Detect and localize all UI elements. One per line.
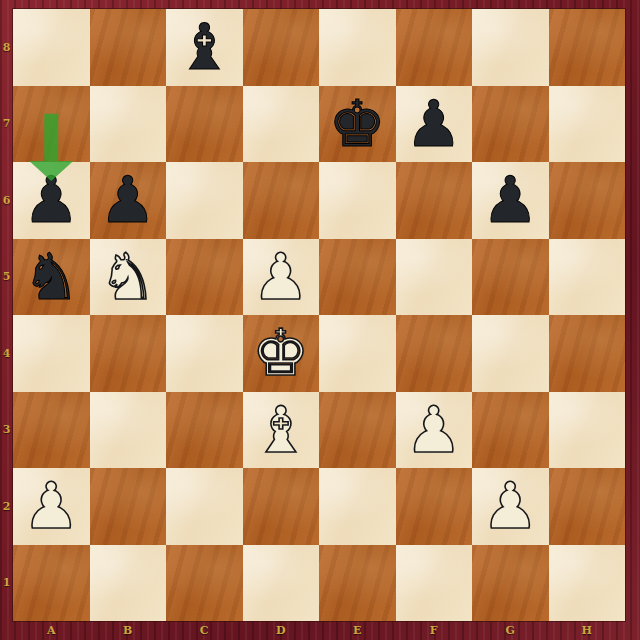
square-h7[interactable] [549, 86, 626, 163]
square-f3[interactable]: ♟ [396, 392, 473, 469]
file-label-c: C [166, 621, 243, 640]
white-bishop-d3[interactable]: ♝ [243, 392, 320, 469]
chess-board: ♝♚♟♟♟♟♞♞♟♚♝♟♟♟ [13, 9, 625, 621]
white-king-d4[interactable]: ♚ [243, 315, 320, 392]
square-a8[interactable] [13, 9, 90, 86]
square-f1[interactable] [396, 545, 473, 622]
black-bishop-c8[interactable]: ♝ [166, 9, 243, 86]
black-knight-a5[interactable]: ♞ [13, 239, 90, 316]
white-pawn-d5[interactable]: ♟ [243, 239, 320, 316]
file-label-d: D [243, 621, 320, 640]
file-label-g: G [472, 621, 549, 640]
square-g3[interactable] [472, 392, 549, 469]
square-a1[interactable] [13, 545, 90, 622]
square-b3[interactable] [90, 392, 167, 469]
black-pawn-g6[interactable]: ♟ [472, 162, 549, 239]
square-b6[interactable]: ♟ [90, 162, 167, 239]
square-e6[interactable] [319, 162, 396, 239]
square-b1[interactable] [90, 545, 167, 622]
square-h1[interactable] [549, 545, 626, 622]
square-a2[interactable]: ♟ [13, 468, 90, 545]
square-g7[interactable] [472, 86, 549, 163]
square-b2[interactable] [90, 468, 167, 545]
square-h6[interactable] [549, 162, 626, 239]
white-pawn-f3[interactable]: ♟ [396, 392, 473, 469]
square-d3[interactable]: ♝ [243, 392, 320, 469]
square-d4[interactable]: ♚ [243, 315, 320, 392]
file-label-e: E [319, 621, 396, 640]
black-pawn-f7[interactable]: ♟ [396, 86, 473, 163]
square-d5[interactable]: ♟ [243, 239, 320, 316]
square-d8[interactable] [243, 9, 320, 86]
square-g5[interactable] [472, 239, 549, 316]
square-f8[interactable] [396, 9, 473, 86]
square-e8[interactable] [319, 9, 396, 86]
square-b8[interactable] [90, 9, 167, 86]
white-pawn-a2[interactable]: ♟ [13, 468, 90, 545]
rank-label-5: 5 [0, 239, 13, 316]
black-pawn-b6[interactable]: ♟ [90, 162, 167, 239]
square-c5[interactable] [166, 239, 243, 316]
square-d6[interactable] [243, 162, 320, 239]
square-g6[interactable]: ♟ [472, 162, 549, 239]
square-d2[interactable] [243, 468, 320, 545]
square-g1[interactable] [472, 545, 549, 622]
square-a4[interactable] [13, 315, 90, 392]
square-f7[interactable]: ♟ [396, 86, 473, 163]
square-d1[interactable] [243, 545, 320, 622]
square-b5[interactable]: ♞ [90, 239, 167, 316]
black-king-e7[interactable]: ♚ [319, 86, 396, 163]
square-b4[interactable] [90, 315, 167, 392]
chess-diagram: ♝♚♟♟♟♟♞♞♟♚♝♟♟♟ 87654321 ABCDEFGH [0, 0, 640, 640]
square-f4[interactable] [396, 315, 473, 392]
square-g8[interactable] [472, 9, 549, 86]
square-f2[interactable] [396, 468, 473, 545]
rank-label-1: 1 [0, 545, 13, 622]
square-e4[interactable] [319, 315, 396, 392]
white-pawn-g2[interactable]: ♟ [472, 468, 549, 545]
square-h4[interactable] [549, 315, 626, 392]
square-h2[interactable] [549, 468, 626, 545]
white-knight-b5[interactable]: ♞ [90, 239, 167, 316]
file-labels: ABCDEFGH [13, 621, 625, 640]
file-label-f: F [396, 621, 473, 640]
rank-labels: 87654321 [0, 9, 13, 621]
black-pawn-a6[interactable]: ♟ [13, 162, 90, 239]
square-d7[interactable] [243, 86, 320, 163]
rank-label-7: 7 [0, 86, 13, 163]
file-label-h: H [549, 621, 626, 640]
square-f6[interactable] [396, 162, 473, 239]
square-e3[interactable] [319, 392, 396, 469]
square-g4[interactable] [472, 315, 549, 392]
file-label-b: B [90, 621, 167, 640]
square-e1[interactable] [319, 545, 396, 622]
square-g2[interactable]: ♟ [472, 468, 549, 545]
rank-label-8: 8 [0, 9, 13, 86]
file-label-a: A [13, 621, 90, 640]
square-a5[interactable]: ♞ [13, 239, 90, 316]
square-a3[interactable] [13, 392, 90, 469]
square-c1[interactable] [166, 545, 243, 622]
square-c3[interactable] [166, 392, 243, 469]
square-c8[interactable]: ♝ [166, 9, 243, 86]
square-e7[interactable]: ♚ [319, 86, 396, 163]
square-b7[interactable] [90, 86, 167, 163]
rank-label-2: 2 [0, 468, 13, 545]
square-a7[interactable] [13, 86, 90, 163]
rank-label-4: 4 [0, 315, 13, 392]
square-c4[interactable] [166, 315, 243, 392]
square-a6[interactable]: ♟ [13, 162, 90, 239]
square-c6[interactable] [166, 162, 243, 239]
square-c7[interactable] [166, 86, 243, 163]
square-h8[interactable] [549, 9, 626, 86]
square-h5[interactable] [549, 239, 626, 316]
rank-label-6: 6 [0, 162, 13, 239]
square-h3[interactable] [549, 392, 626, 469]
square-e5[interactable] [319, 239, 396, 316]
square-e2[interactable] [319, 468, 396, 545]
square-f5[interactable] [396, 239, 473, 316]
rank-label-3: 3 [0, 392, 13, 469]
square-c2[interactable] [166, 468, 243, 545]
